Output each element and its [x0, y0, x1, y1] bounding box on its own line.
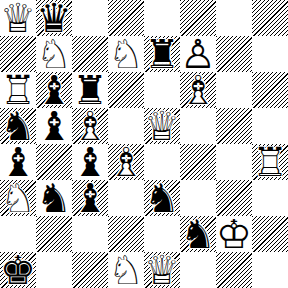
square-c7[interactable] — [72, 36, 108, 72]
square-f5[interactable] — [180, 108, 216, 144]
square-b2[interactable] — [36, 216, 72, 252]
square-c6[interactable]: ♜ — [72, 72, 108, 108]
white-queen-piece[interactable]: ♛♕ — [0, 0, 36, 36]
square-d4[interactable]: ♝♗ — [108, 144, 144, 180]
square-e2[interactable] — [144, 216, 180, 252]
square-b8[interactable]: ♛ — [36, 0, 72, 36]
white-king-piece[interactable]: ♚♔ — [216, 216, 252, 252]
black-bishop-icon: ♝ — [72, 180, 108, 216]
black-bishop-icon: ♝ — [72, 144, 108, 180]
square-f4[interactable] — [180, 144, 216, 180]
square-d2[interactable] — [108, 216, 144, 252]
white-rook-piece[interactable]: ♜♖ — [252, 144, 288, 180]
square-g8[interactable] — [216, 0, 252, 36]
square-e6[interactable] — [144, 72, 180, 108]
square-a2[interactable] — [0, 216, 36, 252]
square-a3[interactable]: ♞♘ — [0, 180, 36, 216]
black-knight-icon: ♞ — [180, 216, 216, 252]
square-f6[interactable]: ♝♗ — [180, 72, 216, 108]
black-rook-icon: ♜ — [144, 36, 180, 72]
square-b3[interactable]: ♞ — [36, 180, 72, 216]
black-knight-piece[interactable]: ♞ — [0, 108, 36, 144]
black-bishop-piece[interactable]: ♝ — [36, 72, 72, 108]
white-knight-piece[interactable]: ♞♘ — [108, 36, 144, 72]
white-queen-icon: ♕ — [0, 0, 36, 36]
square-b7[interactable]: ♞♘ — [36, 36, 72, 72]
white-knight-icon: ♘ — [108, 252, 144, 288]
square-a5[interactable]: ♞ — [0, 108, 36, 144]
white-rook-piece[interactable]: ♜♖ — [0, 72, 36, 108]
black-king-piece[interactable]: ♚ — [0, 252, 36, 288]
square-e1[interactable]: ♛♕ — [144, 252, 180, 288]
black-knight-piece[interactable]: ♞ — [36, 180, 72, 216]
square-h8[interactable] — [252, 0, 288, 36]
white-pawn-piece[interactable]: ♟♙ — [180, 36, 216, 72]
white-rook-icon: ♖ — [0, 72, 36, 108]
square-b5[interactable]: ♝ — [36, 108, 72, 144]
square-g5[interactable] — [216, 108, 252, 144]
square-c3[interactable]: ♝ — [72, 180, 108, 216]
white-knight-piece[interactable]: ♞♘ — [36, 36, 72, 72]
square-h5[interactable] — [252, 108, 288, 144]
square-h7[interactable] — [252, 36, 288, 72]
square-g7[interactable] — [216, 36, 252, 72]
square-d5[interactable] — [108, 108, 144, 144]
square-e5[interactable]: ♛♕ — [144, 108, 180, 144]
square-d8[interactable] — [108, 0, 144, 36]
black-knight-icon: ♞ — [144, 180, 180, 216]
white-bishop-icon: ♗ — [72, 108, 108, 144]
square-c5[interactable]: ♝♗ — [72, 108, 108, 144]
square-f1[interactable] — [180, 252, 216, 288]
white-queen-piece[interactable]: ♛♕ — [144, 108, 180, 144]
white-queen-piece[interactable]: ♛♕ — [144, 252, 180, 288]
black-bishop-piece[interactable]: ♝ — [72, 144, 108, 180]
square-a6[interactable]: ♜♖ — [0, 72, 36, 108]
white-bishop-piece[interactable]: ♝♗ — [180, 72, 216, 108]
square-f3[interactable] — [180, 180, 216, 216]
black-bishop-piece[interactable]: ♝ — [0, 144, 36, 180]
white-bishop-icon: ♗ — [180, 72, 216, 108]
black-knight-piece[interactable]: ♞ — [144, 180, 180, 216]
black-queen-piece[interactable]: ♛ — [36, 0, 72, 36]
black-king-icon: ♚ — [0, 252, 36, 288]
black-bishop-icon: ♝ — [36, 108, 72, 144]
square-f7[interactable]: ♟♙ — [180, 36, 216, 72]
square-a1[interactable]: ♚ — [0, 252, 36, 288]
square-a8[interactable]: ♛♕ — [0, 0, 36, 36]
white-rook-icon: ♖ — [252, 144, 288, 180]
square-g4[interactable] — [216, 144, 252, 180]
square-g2[interactable]: ♚♔ — [216, 216, 252, 252]
square-d7[interactable]: ♞♘ — [108, 36, 144, 72]
black-knight-icon: ♞ — [0, 108, 36, 144]
square-e3[interactable]: ♞ — [144, 180, 180, 216]
black-bishop-piece[interactable]: ♝ — [36, 108, 72, 144]
square-d6[interactable] — [108, 72, 144, 108]
black-bishop-piece[interactable]: ♝ — [72, 180, 108, 216]
square-e8[interactable] — [144, 0, 180, 36]
square-a4[interactable]: ♝ — [0, 144, 36, 180]
square-e4[interactable] — [144, 144, 180, 180]
square-b4[interactable] — [36, 144, 72, 180]
square-h2[interactable] — [252, 216, 288, 252]
square-d1[interactable]: ♞♘ — [108, 252, 144, 288]
square-h1[interactable] — [252, 252, 288, 288]
square-d3[interactable] — [108, 180, 144, 216]
black-rook-icon: ♜ — [72, 72, 108, 108]
square-c4[interactable]: ♝ — [72, 144, 108, 180]
white-pawn-icon: ♙ — [180, 36, 216, 72]
square-c8[interactable] — [72, 0, 108, 36]
square-h3[interactable] — [252, 180, 288, 216]
white-knight-icon: ♘ — [108, 36, 144, 72]
white-bishop-piece[interactable]: ♝♗ — [72, 108, 108, 144]
square-a7[interactable] — [0, 36, 36, 72]
white-queen-icon: ♕ — [144, 252, 180, 288]
black-rook-piece[interactable]: ♜ — [144, 36, 180, 72]
square-h4[interactable]: ♜♖ — [252, 144, 288, 180]
black-bishop-icon: ♝ — [36, 72, 72, 108]
square-e7[interactable]: ♜ — [144, 36, 180, 72]
square-h6[interactable] — [252, 72, 288, 108]
white-knight-icon: ♘ — [0, 180, 36, 216]
chess-board: ♛♕♛♞♘♞♘♜♟♙♜♖♝♜♝♗♞♝♝♗♛♕♝♝♝♗♜♖♞♘♞♝♞♞♚♔♚♞♘♛… — [0, 0, 288, 288]
square-c2[interactable] — [72, 216, 108, 252]
white-king-icon: ♔ — [216, 216, 252, 252]
square-g1[interactable] — [216, 252, 252, 288]
square-b6[interactable]: ♝ — [36, 72, 72, 108]
white-knight-piece[interactable]: ♞♘ — [0, 180, 36, 216]
square-f2[interactable]: ♞ — [180, 216, 216, 252]
black-queen-icon: ♛ — [36, 0, 72, 36]
black-bishop-icon: ♝ — [0, 144, 36, 180]
black-knight-piece[interactable]: ♞ — [180, 216, 216, 252]
square-f8[interactable] — [180, 0, 216, 36]
white-bishop-icon: ♗ — [108, 144, 144, 180]
white-queen-icon: ♕ — [144, 108, 180, 144]
white-bishop-piece[interactable]: ♝♗ — [108, 144, 144, 180]
square-g3[interactable] — [216, 180, 252, 216]
square-c1[interactable] — [72, 252, 108, 288]
black-knight-icon: ♞ — [36, 180, 72, 216]
square-b1[interactable] — [36, 252, 72, 288]
white-knight-piece[interactable]: ♞♘ — [108, 252, 144, 288]
white-knight-icon: ♘ — [36, 36, 72, 72]
square-g6[interactable] — [216, 72, 252, 108]
black-rook-piece[interactable]: ♜ — [72, 72, 108, 108]
